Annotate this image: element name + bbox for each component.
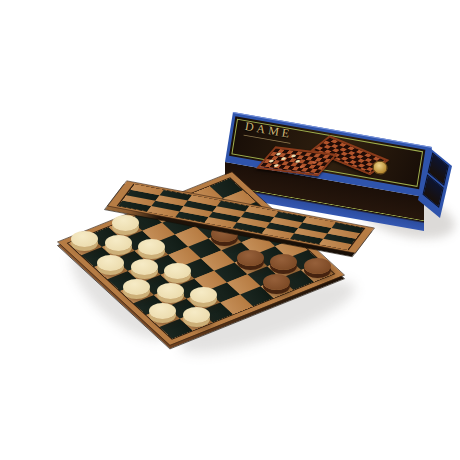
box-art-piece-dot <box>273 164 279 167</box>
white-checker-piece[interactable] <box>183 307 210 323</box>
white-checker-piece[interactable] <box>112 215 139 231</box>
white-checker-piece[interactable] <box>138 239 165 255</box>
box-art-piece-dot <box>295 160 301 163</box>
box-art-piece-dot <box>280 157 286 160</box>
white-checker-piece[interactable] <box>149 303 176 319</box>
box-art-piece-dot <box>275 153 281 156</box>
box-art-piece-dot <box>299 165 305 168</box>
box-art-piece-dot <box>268 160 274 163</box>
white-checker-piece[interactable] <box>157 283 184 299</box>
box-art-piece-dot <box>290 154 296 157</box>
white-checker-piece[interactable] <box>190 287 217 303</box>
dark-checker-piece[interactable] <box>304 258 331 274</box>
white-checker-piece[interactable] <box>131 259 158 275</box>
white-checker-piece[interactable] <box>123 279 150 295</box>
white-checker-piece[interactable] <box>105 235 132 251</box>
box-art-piece-dot <box>311 161 317 164</box>
white-checker-piece[interactable] <box>164 263 191 279</box>
